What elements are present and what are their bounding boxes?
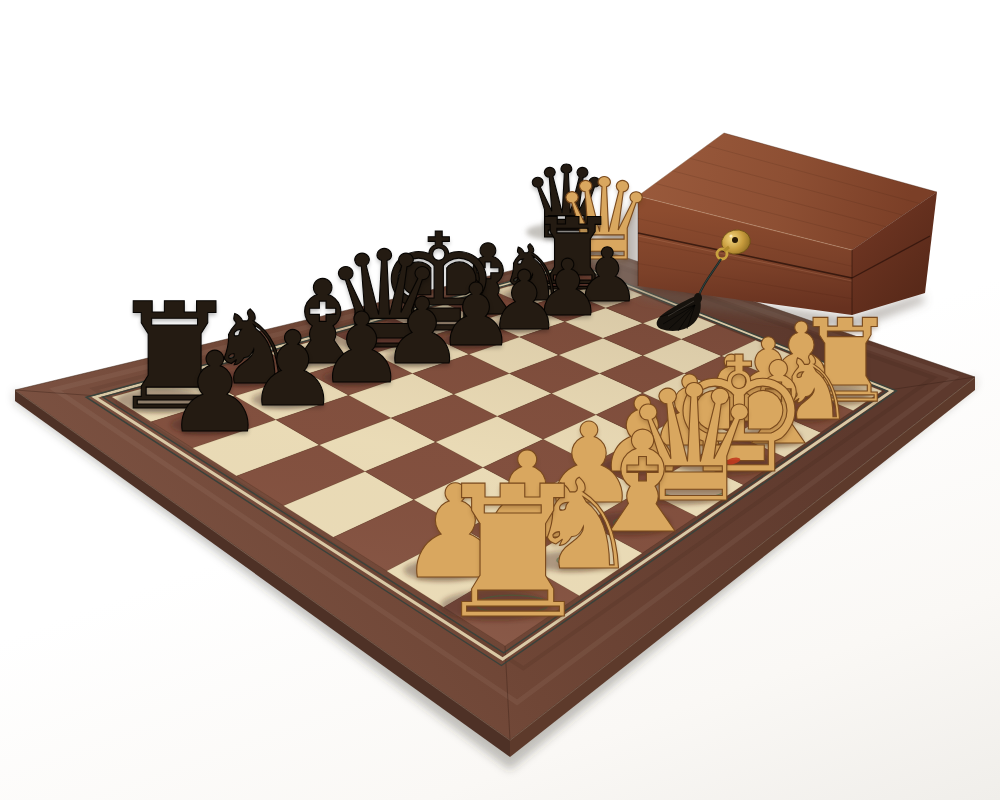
piece-white-rook-a1: ♜ xyxy=(432,462,595,644)
chess-set-product-photo: ♛♛♜♞♟♝♟♚♟♛♟♝♟♟♟♞♜♟♟♜♞♟♟♝♟♚♟♛♟♝♟♞♟♜ xyxy=(0,0,1000,800)
piece-black-pawn-a7: ♟ xyxy=(165,337,264,448)
pieces-layer: ♛♛♜♞♟♝♟♚♟♛♟♝♟♟♟♞♜♟♟♜♞♟♟♝♟♚♟♛♟♝♟♞♟♜ xyxy=(0,0,1000,800)
